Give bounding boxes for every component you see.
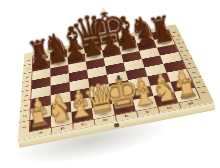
square-f1: ♝ [133,96,157,111]
white-rook-a1: ♜ [25,103,52,131]
black-pawn-h7: ♟ [151,22,176,48]
board-clasp [114,123,120,128]
chess-set-photo: ♜♞♝♛♚♝♞♜♟♟♟♟♟♟♟♟♟♟♟♟♟♟♟♟♜♞♝♛♚♝♞♜ ABCDEFG… [0,0,220,168]
board-tilt-wrap: ♜♞♝♛♚♝♞♜♟♟♟♟♟♟♟♟♟♟♟♟♟♟♟♟♜♞♝♛♚♝♞♜ ABCDEFG… [0,0,220,168]
square-h1: ♜ [174,88,199,103]
white-bishop-c1: ♝ [63,88,97,124]
white-bishop-f1: ♝ [126,76,160,112]
white-rook-h1: ♜ [173,75,200,103]
square-c1: ♝ [72,108,94,123]
